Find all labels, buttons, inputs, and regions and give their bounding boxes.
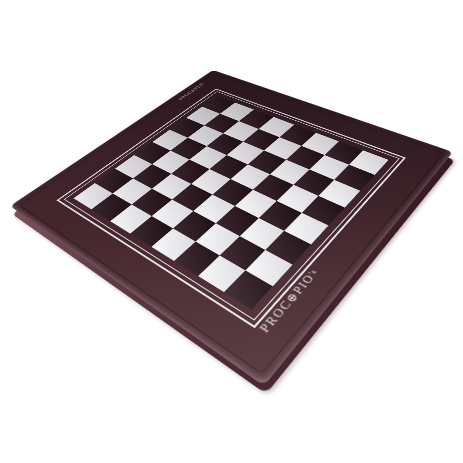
product-photo-stage: PROC⊕PIO’s PROC⊕PIO’s — [0, 0, 463, 463]
chessboard: PROC⊕PIO’s PROC⊕PIO’s — [10, 70, 453, 386]
